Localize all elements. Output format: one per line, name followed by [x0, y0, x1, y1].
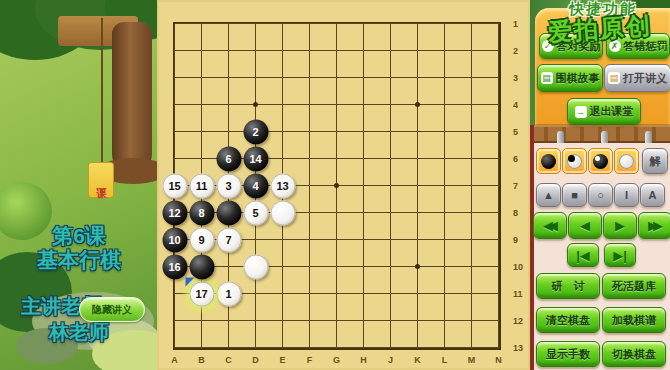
- star-point: [253, 102, 258, 107]
- stone-white-5: 5: [243, 200, 268, 225]
- number-marker-button[interactable]: I: [614, 183, 639, 207]
- column-label: D: [252, 355, 259, 365]
- stone-white-17: 17: [189, 281, 214, 306]
- stone-black: [189, 254, 214, 279]
- black-marked-stone-button[interactable]: [588, 148, 613, 174]
- fast-forward-icon: ▶▶: [648, 218, 658, 233]
- to-start-button[interactable]: |◀: [567, 243, 599, 267]
- circle-icon: ○: [597, 189, 604, 201]
- row-label: 11: [513, 289, 523, 299]
- stone-black-10: 10: [162, 227, 187, 252]
- lesson-title: 基本行棋: [0, 246, 158, 274]
- stone-white: [270, 200, 295, 225]
- stone-white-7: 7: [216, 227, 241, 252]
- place-white-stone-button[interactable]: [614, 148, 639, 174]
- cross-icon: ✗: [609, 40, 621, 52]
- white-black-stone-icon: [567, 154, 582, 169]
- stone-white: [243, 254, 268, 279]
- clear-board-button[interactable]: 清空棋盘: [536, 307, 600, 333]
- fast-rewind-icon: ◀◀: [543, 218, 553, 233]
- hide-notes-button[interactable]: 隐藏讲义: [79, 297, 145, 322]
- tree-trunk: [112, 22, 152, 172]
- column-label: G: [333, 355, 340, 365]
- column-label: M: [468, 355, 476, 365]
- stone-black-14: 14: [243, 146, 268, 171]
- solve-button[interactable]: 解: [642, 148, 668, 174]
- letter-a-icon: A: [649, 189, 657, 201]
- exit-class-button[interactable]: → 退出课堂: [567, 98, 641, 125]
- open-notes-button[interactable]: ▤ 打开讲义: [604, 64, 670, 92]
- stone-white-13: 13: [270, 173, 295, 198]
- forward-icon: ▶: [615, 218, 625, 233]
- column-label: N: [495, 355, 502, 365]
- star-point: [334, 183, 339, 188]
- check-icon: ✓: [542, 40, 554, 52]
- fast-rewind-button[interactable]: ◀◀: [533, 212, 567, 239]
- stone-white-9: 9: [189, 227, 214, 252]
- stone-black-4: 4: [243, 173, 268, 198]
- row-label: 7: [513, 181, 518, 191]
- row-label: 10: [513, 262, 523, 272]
- step-back-button[interactable]: ◀: [568, 212, 602, 239]
- column-label: B: [198, 355, 205, 365]
- app-window: 下课 第6课 基本行棋 主讲老师 林老师 隐藏讲义 12345678910111…: [0, 0, 670, 370]
- triangle-marker-button[interactable]: ▲: [536, 183, 561, 207]
- to-end-icon: ▶|: [613, 248, 627, 263]
- star-point: [415, 102, 420, 107]
- place-black-stone-button[interactable]: [536, 148, 561, 174]
- discuss-button[interactable]: 研 讨: [536, 273, 600, 299]
- stone-black-2: 2: [243, 119, 268, 144]
- stone-white-3: 3: [216, 173, 241, 198]
- column-label: C: [225, 355, 232, 365]
- switch-board-button[interactable]: 切换棋盘: [602, 341, 666, 367]
- triangle-icon: ▲: [543, 189, 554, 201]
- white-stone-icon: [619, 154, 634, 169]
- answer-wrong-button[interactable]: ✗ 答错惩罚: [606, 33, 670, 59]
- square-marker-button[interactable]: ■: [562, 183, 587, 207]
- exit-icon: →: [575, 106, 587, 118]
- go-board[interactable]: 1234567891011121314151617ABCDEFGHJKLMN12…: [157, 0, 530, 370]
- row-label: 4: [513, 100, 518, 110]
- stone-black-12: 12: [162, 200, 187, 225]
- book-icon: ▤: [541, 72, 553, 84]
- stone-black-6: 6: [216, 146, 241, 171]
- column-label: A: [171, 355, 178, 365]
- black-stone-marked-icon: [593, 154, 608, 169]
- stone-black: [216, 200, 241, 225]
- stone-white-15: 15: [162, 173, 187, 198]
- control-panel: 快捷功能 爱拍原创 ✓ 答对奖励 ✗ 答错惩罚 ▤ 围棋故事 ▤ 打开讲义 → …: [530, 0, 670, 370]
- column-label: H: [360, 355, 367, 365]
- stone-white-1: 1: [216, 281, 241, 306]
- row-label: 2: [513, 46, 518, 56]
- show-move-numbers-button[interactable]: 显示手数: [536, 341, 600, 367]
- fast-forward-button[interactable]: ▶▶: [638, 212, 670, 239]
- to-start-icon: |◀: [576, 248, 590, 263]
- column-label: J: [388, 355, 393, 365]
- to-end-button[interactable]: ▶|: [604, 243, 636, 267]
- row-label: 5: [513, 127, 518, 137]
- back-icon: ◀: [580, 218, 590, 233]
- stone-black-16: 16: [162, 254, 187, 279]
- tool-panel: [534, 143, 670, 370]
- answer-correct-button[interactable]: ✓ 答对奖励: [539, 33, 603, 59]
- step-forward-button[interactable]: ▶: [603, 212, 637, 239]
- square-icon: ■: [571, 189, 578, 201]
- column-label: E: [279, 355, 285, 365]
- stone-white-11: 11: [189, 173, 214, 198]
- row-label: 9: [513, 235, 518, 245]
- teacher-name: 林老师: [0, 319, 158, 346]
- row-label: 8: [513, 208, 518, 218]
- go-story-button[interactable]: ▤ 围棋故事: [537, 64, 603, 92]
- row-label: 3: [513, 73, 518, 83]
- row-label: 12: [513, 316, 523, 326]
- hanging-rope: [101, 18, 103, 164]
- letter-marker-button[interactable]: A: [640, 183, 665, 207]
- circle-marker-button[interactable]: ○: [588, 183, 613, 207]
- load-game-button[interactable]: 加载棋谱: [602, 307, 666, 333]
- row-label: 13: [513, 343, 523, 353]
- scene-background: 下课 第6课 基本行棋 主讲老师 林老师 隐藏讲义: [0, 0, 160, 370]
- row-label: 1: [513, 19, 518, 29]
- class-dismiss-sign[interactable]: 下课: [88, 162, 114, 198]
- star-point: [415, 264, 420, 269]
- tsumego-library-button[interactable]: 死活题库: [602, 273, 666, 299]
- stone-black-8: 8: [189, 200, 214, 225]
- bar-icon: I: [625, 189, 628, 201]
- row-label: 6: [513, 154, 518, 164]
- column-label: L: [442, 355, 448, 365]
- black-stone-icon: [541, 154, 556, 169]
- alternate-stone-button[interactable]: [562, 148, 587, 174]
- column-label: F: [307, 355, 313, 365]
- document-icon: ▤: [608, 72, 620, 84]
- column-label: K: [414, 355, 421, 365]
